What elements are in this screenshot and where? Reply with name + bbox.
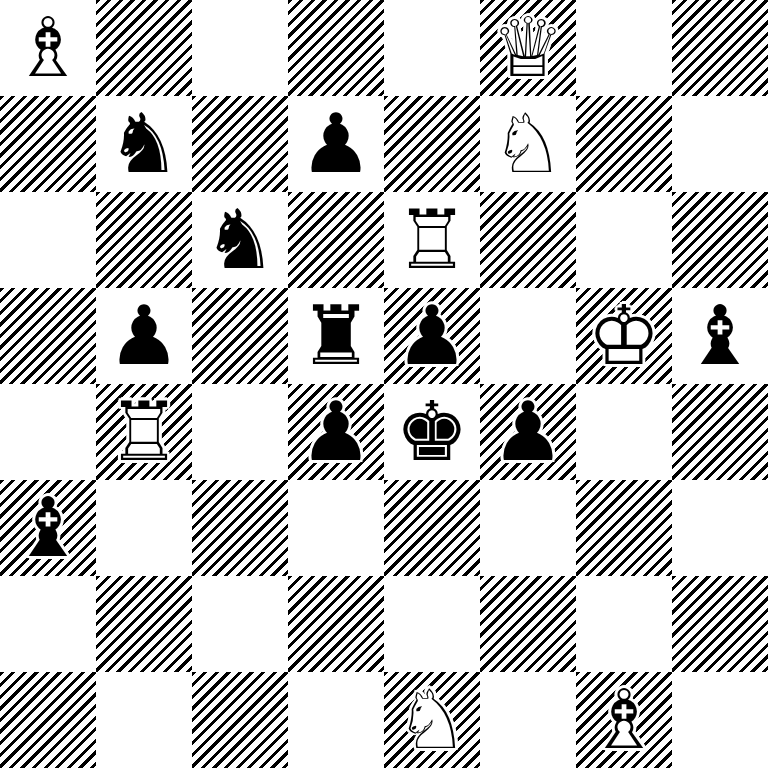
square-d2[interactable] xyxy=(288,576,384,672)
piece-glyph: ♗ xyxy=(576,672,672,768)
square-d1[interactable] xyxy=(288,672,384,768)
piece-glyph: ♟ xyxy=(480,384,576,480)
square-e5[interactable]: ♟♟ xyxy=(384,288,480,384)
square-f8[interactable]: ♛♕ xyxy=(480,0,576,96)
square-a7[interactable] xyxy=(0,96,96,192)
square-e1[interactable]: ♞♘ xyxy=(384,672,480,768)
square-g5[interactable]: ♚♔ xyxy=(576,288,672,384)
square-g3[interactable] xyxy=(576,480,672,576)
piece-black-bishop[interactable]: ♝♝ xyxy=(672,288,768,384)
chess-board: ♝♗♛♕♞♞♟♟♞♘♞♞♜♖♟♟♜♜♟♟♚♔♝♝♜♖♟♟♚♚♟♟♝♝♞♘♝♗ xyxy=(0,0,768,768)
square-g2[interactable] xyxy=(576,576,672,672)
square-f4[interactable]: ♟♟ xyxy=(480,384,576,480)
square-d4[interactable]: ♟♟ xyxy=(288,384,384,480)
piece-black-knight[interactable]: ♞♞ xyxy=(192,192,288,288)
piece-glyph: ♟ xyxy=(288,96,384,192)
piece-glyph: ♜ xyxy=(288,288,384,384)
square-f7[interactable]: ♞♘ xyxy=(480,96,576,192)
square-f5[interactable] xyxy=(480,288,576,384)
piece-glyph: ♞ xyxy=(192,192,288,288)
square-g6[interactable] xyxy=(576,192,672,288)
square-c6[interactable]: ♞♞ xyxy=(192,192,288,288)
piece-black-pawn[interactable]: ♟♟ xyxy=(288,384,384,480)
piece-glyph: ♖ xyxy=(96,384,192,480)
piece-white-bishop[interactable]: ♝♗ xyxy=(576,672,672,768)
square-c2[interactable] xyxy=(192,576,288,672)
square-b3[interactable] xyxy=(96,480,192,576)
piece-white-knight[interactable]: ♞♘ xyxy=(480,96,576,192)
square-f3[interactable] xyxy=(480,480,576,576)
square-f2[interactable] xyxy=(480,576,576,672)
piece-white-queen[interactable]: ♛♕ xyxy=(480,0,576,96)
square-b8[interactable] xyxy=(96,0,192,96)
piece-black-pawn[interactable]: ♟♟ xyxy=(384,288,480,384)
square-f1[interactable] xyxy=(480,672,576,768)
piece-glyph: ♘ xyxy=(480,96,576,192)
square-b4[interactable]: ♜♖ xyxy=(96,384,192,480)
square-h8[interactable] xyxy=(672,0,768,96)
square-g8[interactable] xyxy=(576,0,672,96)
square-b1[interactable] xyxy=(96,672,192,768)
square-b6[interactable] xyxy=(96,192,192,288)
square-g4[interactable] xyxy=(576,384,672,480)
square-a3[interactable]: ♝♝ xyxy=(0,480,96,576)
square-d5[interactable]: ♜♜ xyxy=(288,288,384,384)
piece-black-pawn[interactable]: ♟♟ xyxy=(480,384,576,480)
square-h2[interactable] xyxy=(672,576,768,672)
piece-white-king[interactable]: ♚♔ xyxy=(576,288,672,384)
square-a4[interactable] xyxy=(0,384,96,480)
piece-black-pawn[interactable]: ♟♟ xyxy=(288,96,384,192)
square-a1[interactable] xyxy=(0,672,96,768)
square-b7[interactable]: ♞♞ xyxy=(96,96,192,192)
piece-black-bishop[interactable]: ♝♝ xyxy=(0,480,96,576)
piece-white-rook[interactable]: ♜♖ xyxy=(384,192,480,288)
piece-glyph: ♟ xyxy=(384,288,480,384)
piece-black-king[interactable]: ♚♚ xyxy=(384,384,480,480)
square-d3[interactable] xyxy=(288,480,384,576)
square-a8[interactable]: ♝♗ xyxy=(0,0,96,96)
square-b2[interactable] xyxy=(96,576,192,672)
square-d8[interactable] xyxy=(288,0,384,96)
piece-glyph: ♝ xyxy=(0,480,96,576)
piece-glyph: ♘ xyxy=(384,672,480,768)
piece-white-bishop[interactable]: ♝♗ xyxy=(0,0,96,96)
square-a5[interactable] xyxy=(0,288,96,384)
square-e8[interactable] xyxy=(384,0,480,96)
piece-glyph: ♟ xyxy=(96,288,192,384)
piece-black-knight[interactable]: ♞♞ xyxy=(96,96,192,192)
square-c5[interactable] xyxy=(192,288,288,384)
square-e2[interactable] xyxy=(384,576,480,672)
piece-glyph: ♞ xyxy=(96,96,192,192)
square-d7[interactable]: ♟♟ xyxy=(288,96,384,192)
square-h3[interactable] xyxy=(672,480,768,576)
piece-white-rook[interactable]: ♜♖ xyxy=(96,384,192,480)
square-e7[interactable] xyxy=(384,96,480,192)
square-c1[interactable] xyxy=(192,672,288,768)
square-e3[interactable] xyxy=(384,480,480,576)
square-h1[interactable] xyxy=(672,672,768,768)
square-c4[interactable] xyxy=(192,384,288,480)
square-d6[interactable] xyxy=(288,192,384,288)
square-f6[interactable] xyxy=(480,192,576,288)
square-c8[interactable] xyxy=(192,0,288,96)
square-a6[interactable] xyxy=(0,192,96,288)
piece-black-pawn[interactable]: ♟♟ xyxy=(96,288,192,384)
square-h6[interactable] xyxy=(672,192,768,288)
square-c3[interactable] xyxy=(192,480,288,576)
square-g7[interactable] xyxy=(576,96,672,192)
piece-glyph: ♝ xyxy=(672,288,768,384)
square-c7[interactable] xyxy=(192,96,288,192)
square-e4[interactable]: ♚♚ xyxy=(384,384,480,480)
square-h7[interactable] xyxy=(672,96,768,192)
piece-glyph: ♗ xyxy=(0,0,96,96)
square-a2[interactable] xyxy=(0,576,96,672)
piece-black-rook[interactable]: ♜♜ xyxy=(288,288,384,384)
square-h4[interactable] xyxy=(672,384,768,480)
square-g1[interactable]: ♝♗ xyxy=(576,672,672,768)
square-h5[interactable]: ♝♝ xyxy=(672,288,768,384)
piece-glyph: ♖ xyxy=(384,192,480,288)
square-b5[interactable]: ♟♟ xyxy=(96,288,192,384)
piece-glyph: ♕ xyxy=(480,0,576,96)
piece-white-knight[interactable]: ♞♘ xyxy=(384,672,480,768)
piece-glyph: ♚ xyxy=(384,384,480,480)
piece-glyph: ♟ xyxy=(288,384,384,480)
piece-glyph: ♔ xyxy=(576,288,672,384)
square-e6[interactable]: ♜♖ xyxy=(384,192,480,288)
